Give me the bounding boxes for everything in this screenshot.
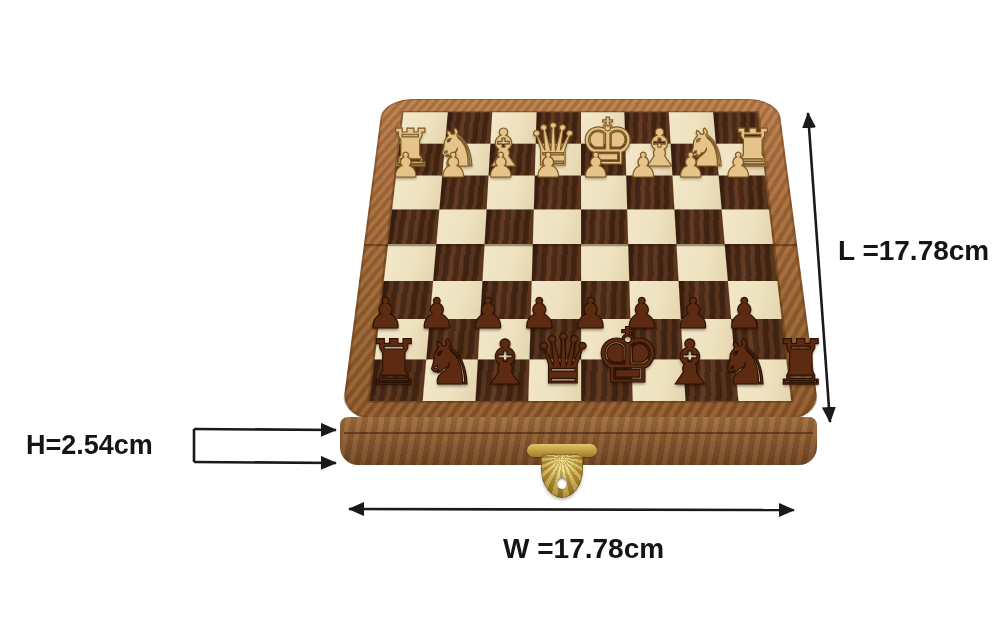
square (722, 209, 773, 244)
chess-piece-dark-b: ♝ (662, 332, 718, 394)
chess-piece-light-p: ♟ (581, 148, 611, 182)
chess-piece-light-p: ♟ (438, 148, 468, 182)
chess-piece-dark-n: ♞ (422, 332, 478, 394)
square (388, 209, 439, 244)
brass-clasp-icon (541, 454, 583, 498)
chess-piece-dark-k: ♚ (594, 318, 662, 394)
square (436, 209, 486, 244)
chess-piece-dark-b: ♝ (477, 332, 533, 394)
chess-piece-light-p: ♟ (391, 148, 421, 182)
height-arrow-top (194, 429, 336, 430)
chess-piece-light-p: ♟ (628, 148, 658, 182)
chess-piece-light-p: ♟ (676, 148, 706, 182)
square (433, 244, 484, 281)
board-cell: ♟ (715, 148, 763, 182)
board-cell: ♜ (773, 332, 829, 394)
square (581, 244, 630, 281)
board-cell: ♟ (667, 148, 715, 182)
square (532, 209, 580, 244)
board-cell: ♚ (594, 318, 662, 394)
chess-piece-dark-r: ♜ (773, 332, 829, 394)
board-cell: ♝ (662, 332, 718, 394)
board-cell: ♟ (525, 148, 573, 182)
product-photo: ♜♞♝♛♚♝♞♜ ♟♟♟♟♟♟♟♟ ♟♟♟♟♟♟♟♟ ♜♞♝♛♚♝♞♜ L =1… (0, 0, 1000, 625)
square (384, 244, 436, 281)
chess-piece-light-p: ♟ (533, 148, 563, 182)
length-label: L =17.78cm (838, 235, 989, 267)
board-cell: ♝ (477, 332, 533, 394)
width-arrow (349, 509, 794, 510)
square (628, 209, 677, 244)
width-label: W =17.78cm (503, 533, 664, 565)
pieces-dark-back-rank: ♜♞♝♛♚♝♞♜ (366, 300, 774, 394)
board-cell: ♞ (422, 332, 478, 394)
board-cell: ♟ (620, 148, 668, 182)
square (484, 209, 533, 244)
square (629, 244, 679, 281)
board-cell: ♜ (366, 332, 422, 394)
square (677, 244, 728, 281)
height-label: H=2.54cm (26, 430, 153, 461)
chess-piece-light-p: ♟ (723, 148, 753, 182)
square (675, 209, 725, 244)
board-cell: ♞ (717, 332, 773, 394)
chess-piece-light-p: ♟ (486, 148, 516, 182)
board-cell: ♟ (477, 148, 525, 182)
board-cell: ♟ (430, 148, 478, 182)
square (482, 244, 532, 281)
pieces-light-pawn-rank: ♟♟♟♟♟♟♟♟ (382, 140, 762, 182)
board-cell: ♟ (382, 148, 430, 182)
chess-piece-dark-r: ♜ (366, 332, 422, 394)
square (725, 244, 777, 281)
square (581, 209, 629, 244)
height-arrow-bottom (194, 462, 336, 463)
square (531, 244, 580, 281)
chess-piece-dark-n: ♞ (717, 332, 773, 394)
board-cell: ♟ (572, 148, 620, 182)
chess-piece-dark-q: ♛ (533, 326, 594, 394)
board-cell: ♛ (533, 326, 594, 394)
board-fold-seam (364, 244, 798, 246)
